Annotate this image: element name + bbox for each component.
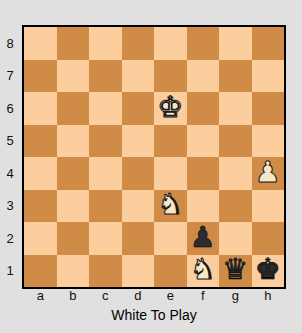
white-knight[interactable]: ♞	[157, 190, 183, 219]
square-b5[interactable]	[57, 125, 90, 158]
square-a6[interactable]	[24, 92, 57, 125]
square-e3[interactable]: ♞	[154, 190, 187, 223]
square-g6[interactable]	[219, 92, 252, 125]
square-g7[interactable]	[219, 60, 252, 93]
square-e2[interactable]	[154, 222, 187, 255]
black-king[interactable]: ♚	[255, 255, 281, 284]
square-a2[interactable]	[24, 222, 57, 255]
turn-indicator: White To Play	[22, 307, 286, 323]
square-c4[interactable]	[89, 157, 122, 190]
chess-board[interactable]: ♚♟♞♟♞♛♚	[22, 25, 286, 289]
file-label-f: f	[187, 288, 220, 303]
square-a8[interactable]	[24, 27, 57, 60]
square-d4[interactable]	[122, 157, 155, 190]
square-f8[interactable]	[187, 27, 220, 60]
square-b6[interactable]	[57, 92, 90, 125]
square-c8[interactable]	[89, 27, 122, 60]
square-f2[interactable]: ♟	[187, 222, 220, 255]
square-g1[interactable]: ♛	[219, 255, 252, 288]
square-b4[interactable]	[57, 157, 90, 190]
square-a4[interactable]	[24, 157, 57, 190]
rank-label-3: 3	[0, 190, 20, 223]
file-label-d: d	[122, 288, 155, 303]
file-label-h: h	[252, 288, 285, 303]
square-c6[interactable]	[89, 92, 122, 125]
rank-label-7: 7	[0, 60, 20, 93]
square-e5[interactable]	[154, 125, 187, 158]
square-g5[interactable]	[219, 125, 252, 158]
square-d5[interactable]	[122, 125, 155, 158]
square-c1[interactable]	[89, 255, 122, 288]
square-d6[interactable]	[122, 92, 155, 125]
square-h3[interactable]	[252, 190, 285, 223]
rank-label-2: 2	[0, 222, 20, 255]
square-g2[interactable]	[219, 222, 252, 255]
square-h6[interactable]	[252, 92, 285, 125]
square-c5[interactable]	[89, 125, 122, 158]
black-pawn[interactable]: ♟	[190, 223, 216, 252]
square-f1[interactable]: ♞	[187, 255, 220, 288]
square-h2[interactable]	[252, 222, 285, 255]
square-b8[interactable]	[57, 27, 90, 60]
square-e6[interactable]: ♚	[154, 92, 187, 125]
file-labels: abcdefgh	[24, 288, 284, 303]
square-g8[interactable]	[219, 27, 252, 60]
square-h7[interactable]	[252, 60, 285, 93]
square-f7[interactable]	[187, 60, 220, 93]
square-d3[interactable]	[122, 190, 155, 223]
square-f6[interactable]	[187, 92, 220, 125]
square-g3[interactable]	[219, 190, 252, 223]
square-h1[interactable]: ♚	[252, 255, 285, 288]
file-label-b: b	[57, 288, 90, 303]
square-b2[interactable]	[57, 222, 90, 255]
square-d2[interactable]	[122, 222, 155, 255]
rank-label-5: 5	[0, 125, 20, 158]
rank-labels: 87654321	[0, 27, 20, 287]
square-h8[interactable]	[252, 27, 285, 60]
square-a3[interactable]	[24, 190, 57, 223]
square-h4[interactable]: ♟	[252, 157, 285, 190]
square-b1[interactable]	[57, 255, 90, 288]
square-c7[interactable]	[89, 60, 122, 93]
square-f5[interactable]	[187, 125, 220, 158]
square-e7[interactable]	[154, 60, 187, 93]
black-queen[interactable]: ♛	[222, 255, 248, 284]
rank-label-8: 8	[0, 27, 20, 60]
white-pawn[interactable]: ♟	[255, 158, 281, 187]
file-label-a: a	[24, 288, 57, 303]
chess-diagram: 87654321 ♚♟♞♟♞♛♚ abcdefgh White To Play	[0, 0, 302, 333]
square-c3[interactable]	[89, 190, 122, 223]
square-h5[interactable]	[252, 125, 285, 158]
square-d1[interactable]	[122, 255, 155, 288]
square-b7[interactable]	[57, 60, 90, 93]
square-e1[interactable]	[154, 255, 187, 288]
square-d8[interactable]	[122, 27, 155, 60]
file-label-g: g	[219, 288, 252, 303]
square-g4[interactable]	[219, 157, 252, 190]
rank-label-6: 6	[0, 92, 20, 125]
white-king[interactable]: ♚	[157, 93, 183, 122]
square-e8[interactable]	[154, 27, 187, 60]
file-label-e: e	[154, 288, 187, 303]
square-d7[interactable]	[122, 60, 155, 93]
rank-label-4: 4	[0, 157, 20, 190]
square-f4[interactable]	[187, 157, 220, 190]
square-c2[interactable]	[89, 222, 122, 255]
white-knight[interactable]: ♞	[190, 255, 216, 284]
file-label-c: c	[89, 288, 122, 303]
square-b3[interactable]	[57, 190, 90, 223]
square-e4[interactable]	[154, 157, 187, 190]
rank-label-1: 1	[0, 255, 20, 288]
square-a5[interactable]	[24, 125, 57, 158]
square-f3[interactable]	[187, 190, 220, 223]
square-a1[interactable]	[24, 255, 57, 288]
square-a7[interactable]	[24, 60, 57, 93]
